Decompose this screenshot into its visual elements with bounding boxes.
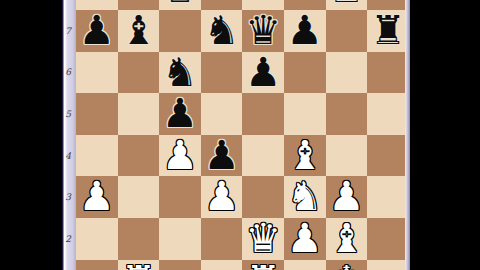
square-c2[interactable] bbox=[159, 218, 201, 260]
square-d5[interactable] bbox=[201, 93, 243, 135]
square-b7[interactable]: ♝ bbox=[118, 10, 160, 52]
square-a2[interactable] bbox=[76, 218, 118, 260]
square-g1[interactable]: ♚ bbox=[326, 260, 368, 270]
black-knight-d7[interactable]: ♞ bbox=[204, 10, 240, 52]
white-knight-f3[interactable]: ♞ bbox=[287, 176, 323, 218]
letterbox-left bbox=[0, 0, 62, 270]
square-a6[interactable] bbox=[76, 52, 118, 94]
square-g7[interactable] bbox=[326, 10, 368, 52]
white-bishop-f4[interactable]: ♝ bbox=[287, 135, 323, 177]
square-f2[interactable]: ♟ bbox=[284, 218, 326, 260]
black-pawn-d4[interactable]: ♟ bbox=[204, 135, 240, 177]
square-d3[interactable]: ♟ bbox=[201, 176, 243, 218]
square-h4[interactable] bbox=[367, 135, 409, 177]
black-knight-c6[interactable]: ♞ bbox=[162, 52, 198, 94]
square-e3[interactable] bbox=[242, 176, 284, 218]
rank-label-4: 4 bbox=[62, 135, 74, 177]
square-g2[interactable]: ♝ bbox=[326, 218, 368, 260]
white-rook-b1[interactable]: ♜ bbox=[120, 260, 156, 270]
square-a3[interactable]: ♟ bbox=[76, 176, 118, 218]
rank-label-8: 8 bbox=[62, 0, 74, 10]
white-pawn-c4[interactable]: ♟ bbox=[162, 135, 198, 177]
white-queen-e2[interactable]: ♛ bbox=[245, 218, 281, 260]
square-a4[interactable] bbox=[76, 135, 118, 177]
white-pawn-a3[interactable]: ♟ bbox=[79, 176, 115, 218]
square-c1[interactable] bbox=[159, 260, 201, 270]
white-pawn-g3[interactable]: ♟ bbox=[328, 176, 364, 218]
square-h6[interactable] bbox=[367, 52, 409, 94]
square-e6[interactable]: ♟ bbox=[242, 52, 284, 94]
square-c8[interactable]: ♚ bbox=[159, 0, 201, 10]
white-rook-e1[interactable]: ♜ bbox=[245, 260, 281, 270]
square-b6[interactable] bbox=[118, 52, 160, 94]
rank-label-1: 1 bbox=[62, 260, 74, 270]
square-h1[interactable] bbox=[367, 260, 409, 270]
square-b1[interactable]: ♜ bbox=[118, 260, 160, 270]
black-pawn-c5[interactable]: ♟ bbox=[162, 93, 198, 135]
square-a1[interactable] bbox=[76, 260, 118, 270]
square-c7[interactable] bbox=[159, 10, 201, 52]
square-g5[interactable] bbox=[326, 93, 368, 135]
rank-label-3: 3 bbox=[62, 176, 74, 218]
square-c6[interactable]: ♞ bbox=[159, 52, 201, 94]
square-b2[interactable] bbox=[118, 218, 160, 260]
square-a7[interactable]: ♟ bbox=[76, 10, 118, 52]
square-h3[interactable] bbox=[367, 176, 409, 218]
rank-label-2: 2 bbox=[62, 218, 74, 260]
square-g3[interactable]: ♟ bbox=[326, 176, 368, 218]
square-f7[interactable]: ♟ bbox=[284, 10, 326, 52]
square-c4[interactable]: ♟ bbox=[159, 135, 201, 177]
square-g6[interactable] bbox=[326, 52, 368, 94]
square-f3[interactable]: ♞ bbox=[284, 176, 326, 218]
square-a5[interactable] bbox=[76, 93, 118, 135]
black-queen-e7[interactable]: ♛ bbox=[245, 10, 281, 52]
square-h5[interactable] bbox=[367, 93, 409, 135]
rank-label-7: 7 bbox=[62, 10, 74, 52]
square-d1[interactable] bbox=[201, 260, 243, 270]
square-e2[interactable]: ♛ bbox=[242, 218, 284, 260]
square-h7[interactable]: ♜ bbox=[367, 10, 409, 52]
black-bishop-b7[interactable]: ♝ bbox=[120, 10, 156, 52]
square-b3[interactable] bbox=[118, 176, 160, 218]
square-e5[interactable] bbox=[242, 93, 284, 135]
square-h2[interactable] bbox=[367, 218, 409, 260]
square-e4[interactable] bbox=[242, 135, 284, 177]
black-pawn-f7[interactable]: ♟ bbox=[287, 10, 323, 52]
square-c5[interactable]: ♟ bbox=[159, 93, 201, 135]
video-frame: 87654321 ♚♜♟♝♞♛♟♜♞♟♟♟♟♝♟♟♞♟♛♟♝♜♜♚ bbox=[0, 0, 480, 270]
square-d7[interactable]: ♞ bbox=[201, 10, 243, 52]
chess-board[interactable]: ♚♜♟♝♞♛♟♜♞♟♟♟♟♝♟♟♞♟♛♟♝♜♜♚ bbox=[76, 0, 409, 270]
rank-label-strip: 87654321 bbox=[62, 0, 76, 270]
square-g8[interactable]: ♜ bbox=[326, 0, 368, 10]
square-f1[interactable] bbox=[284, 260, 326, 270]
square-b4[interactable] bbox=[118, 135, 160, 177]
white-king-g1[interactable]: ♚ bbox=[328, 260, 364, 270]
black-rook-h7[interactable]: ♜ bbox=[370, 10, 406, 52]
white-bishop-g2[interactable]: ♝ bbox=[328, 218, 364, 260]
square-f5[interactable] bbox=[284, 93, 326, 135]
square-f6[interactable] bbox=[284, 52, 326, 94]
square-c3[interactable] bbox=[159, 176, 201, 218]
square-d6[interactable] bbox=[201, 52, 243, 94]
black-rook-g8[interactable]: ♜ bbox=[328, 0, 364, 10]
square-e7[interactable]: ♛ bbox=[242, 10, 284, 52]
square-f4[interactable]: ♝ bbox=[284, 135, 326, 177]
square-e1[interactable]: ♜ bbox=[242, 260, 284, 270]
white-pawn-d3[interactable]: ♟ bbox=[204, 176, 240, 218]
black-pawn-e6[interactable]: ♟ bbox=[245, 52, 281, 94]
square-b5[interactable] bbox=[118, 93, 160, 135]
white-pawn-f2[interactable]: ♟ bbox=[287, 218, 323, 260]
square-d2[interactable] bbox=[201, 218, 243, 260]
black-king-c8[interactable]: ♚ bbox=[162, 0, 198, 10]
black-pawn-a7[interactable]: ♟ bbox=[79, 10, 115, 52]
square-g4[interactable] bbox=[326, 135, 368, 177]
letterbox-right bbox=[410, 0, 480, 270]
square-d4[interactable]: ♟ bbox=[201, 135, 243, 177]
rank-label-6: 6 bbox=[62, 52, 74, 94]
rank-label-5: 5 bbox=[62, 93, 74, 135]
